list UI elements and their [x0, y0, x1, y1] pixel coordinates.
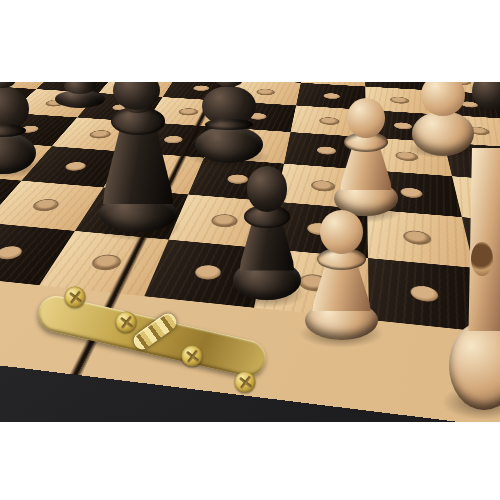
peg-hole — [193, 264, 222, 280]
peg-hole — [31, 199, 59, 211]
piece-black-knight-corner[interactable] — [472, 82, 500, 110]
piece-white-pawn-far[interactable] — [412, 82, 474, 156]
piece-white-pawn-mid[interactable] — [334, 98, 398, 216]
peg-hole — [400, 187, 423, 198]
piece-white-queen-right-column — [467, 148, 500, 331]
table-surface — [0, 82, 500, 422]
piece-black-pawn-far[interactable] — [55, 82, 105, 108]
photo-canvas — [0, 0, 500, 500]
piece-black-queen-body — [103, 129, 173, 204]
piece-black-bishop-base — [195, 126, 263, 163]
peg-hole — [63, 162, 88, 172]
peg-hole — [410, 285, 439, 303]
piece-black-bishop[interactable] — [195, 82, 263, 163]
piece-black-pawn-head — [247, 166, 288, 212]
peg-hole — [405, 231, 431, 245]
piece-white-pawn-front-head — [320, 210, 364, 254]
piece-black-knight-corner-dome — [472, 82, 500, 110]
peg-hole — [91, 255, 122, 271]
peg-hole — [312, 181, 334, 192]
matte-bottom — [0, 422, 500, 500]
piece-white-queen-right[interactable] — [452, 148, 500, 410]
matte-top — [0, 0, 500, 82]
piece-white-pawn-front[interactable] — [305, 210, 378, 340]
piece-black-queen-head — [113, 82, 160, 110]
peg-hole — [0, 245, 25, 260]
piece-black-bishop-left[interactable] — [0, 82, 36, 174]
piece-black-pawn[interactable] — [233, 166, 301, 300]
piece-white-pawn-far-bulb — [421, 82, 466, 116]
piece-black-queen[interactable] — [100, 82, 176, 232]
piece-white-pawn-mid-head — [347, 98, 385, 138]
